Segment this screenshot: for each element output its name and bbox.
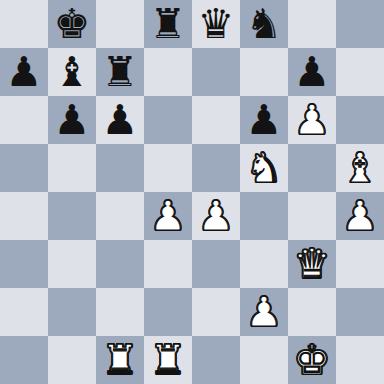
- square-b7[interactable]: ♝: [48, 48, 96, 96]
- square-e3[interactable]: [192, 240, 240, 288]
- square-g1[interactable]: ♚: [288, 336, 336, 384]
- square-a2[interactable]: [0, 288, 48, 336]
- piece-black-pawn[interactable]: ♟: [6, 48, 43, 96]
- square-g6[interactable]: ♟: [288, 96, 336, 144]
- square-f2[interactable]: ♟: [240, 288, 288, 336]
- piece-white-pawn[interactable]: ♟: [150, 192, 187, 240]
- piece-black-pawn[interactable]: ♟: [102, 96, 139, 144]
- square-f5[interactable]: ♞: [240, 144, 288, 192]
- square-f3[interactable]: [240, 240, 288, 288]
- square-a7[interactable]: ♟: [0, 48, 48, 96]
- square-b4[interactable]: [48, 192, 96, 240]
- chess-board: ♚♜♛♞♟♝♜♟♟♟♟♟♞♝♟♟♟♛♟♜♜♚: [0, 0, 384, 384]
- piece-white-queen[interactable]: ♛: [294, 240, 331, 288]
- square-f1[interactable]: [240, 336, 288, 384]
- square-d7[interactable]: [144, 48, 192, 96]
- piece-white-bishop[interactable]: ♝: [342, 144, 379, 192]
- square-b1[interactable]: [48, 336, 96, 384]
- square-g5[interactable]: [288, 144, 336, 192]
- square-g4[interactable]: [288, 192, 336, 240]
- piece-white-rook[interactable]: ♜: [150, 336, 187, 384]
- square-f8[interactable]: ♞: [240, 0, 288, 48]
- square-f4[interactable]: [240, 192, 288, 240]
- piece-white-pawn[interactable]: ♟: [342, 192, 379, 240]
- square-b5[interactable]: [48, 144, 96, 192]
- square-e5[interactable]: [192, 144, 240, 192]
- piece-white-pawn[interactable]: ♟: [246, 288, 283, 336]
- square-c5[interactable]: [96, 144, 144, 192]
- piece-black-bishop[interactable]: ♝: [54, 48, 91, 96]
- square-d4[interactable]: ♟: [144, 192, 192, 240]
- square-a1[interactable]: [0, 336, 48, 384]
- square-h5[interactable]: ♝: [336, 144, 384, 192]
- square-h6[interactable]: [336, 96, 384, 144]
- square-c1[interactable]: ♜: [96, 336, 144, 384]
- square-a6[interactable]: [0, 96, 48, 144]
- piece-black-pawn[interactable]: ♟: [294, 48, 331, 96]
- square-e4[interactable]: ♟: [192, 192, 240, 240]
- square-a3[interactable]: [0, 240, 48, 288]
- square-h7[interactable]: [336, 48, 384, 96]
- square-d3[interactable]: [144, 240, 192, 288]
- square-a8[interactable]: [0, 0, 48, 48]
- piece-black-pawn[interactable]: ♟: [54, 96, 91, 144]
- square-g2[interactable]: [288, 288, 336, 336]
- piece-white-pawn[interactable]: ♟: [294, 96, 331, 144]
- piece-black-pawn[interactable]: ♟: [246, 96, 283, 144]
- square-g8[interactable]: [288, 0, 336, 48]
- piece-white-rook[interactable]: ♜: [102, 336, 139, 384]
- square-b8[interactable]: ♚: [48, 0, 96, 48]
- piece-white-king[interactable]: ♚: [294, 336, 331, 384]
- square-f6[interactable]: ♟: [240, 96, 288, 144]
- square-e7[interactable]: [192, 48, 240, 96]
- square-e6[interactable]: [192, 96, 240, 144]
- square-g7[interactable]: ♟: [288, 48, 336, 96]
- square-b3[interactable]: [48, 240, 96, 288]
- square-b6[interactable]: ♟: [48, 96, 96, 144]
- square-e2[interactable]: [192, 288, 240, 336]
- square-d2[interactable]: [144, 288, 192, 336]
- square-h1[interactable]: [336, 336, 384, 384]
- piece-white-pawn[interactable]: ♟: [198, 192, 235, 240]
- square-e8[interactable]: ♛: [192, 0, 240, 48]
- square-c8[interactable]: [96, 0, 144, 48]
- square-c2[interactable]: [96, 288, 144, 336]
- square-c6[interactable]: ♟: [96, 96, 144, 144]
- square-h2[interactable]: [336, 288, 384, 336]
- square-d5[interactable]: [144, 144, 192, 192]
- square-a4[interactable]: [0, 192, 48, 240]
- square-f7[interactable]: [240, 48, 288, 96]
- square-e1[interactable]: [192, 336, 240, 384]
- square-d1[interactable]: ♜: [144, 336, 192, 384]
- piece-black-queen[interactable]: ♛: [198, 0, 235, 48]
- square-c3[interactable]: [96, 240, 144, 288]
- square-h3[interactable]: [336, 240, 384, 288]
- piece-black-rook[interactable]: ♜: [102, 48, 139, 96]
- square-d6[interactable]: [144, 96, 192, 144]
- piece-black-king[interactable]: ♚: [54, 0, 91, 48]
- square-a5[interactable]: [0, 144, 48, 192]
- square-d8[interactable]: ♜: [144, 0, 192, 48]
- square-h8[interactable]: [336, 0, 384, 48]
- square-c4[interactable]: [96, 192, 144, 240]
- piece-black-rook[interactable]: ♜: [150, 0, 187, 48]
- square-c7[interactable]: ♜: [96, 48, 144, 96]
- square-g3[interactable]: ♛: [288, 240, 336, 288]
- square-h4[interactable]: ♟: [336, 192, 384, 240]
- piece-black-knight[interactable]: ♞: [246, 0, 283, 48]
- piece-white-knight[interactable]: ♞: [246, 144, 283, 192]
- square-b2[interactable]: [48, 288, 96, 336]
